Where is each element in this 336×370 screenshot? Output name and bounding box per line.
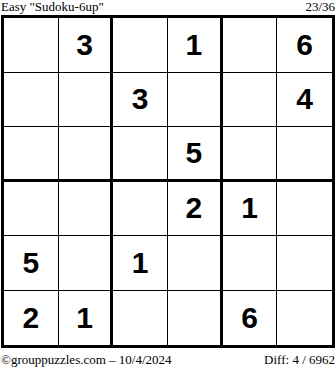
cell-r5c1[interactable]: 5 <box>4 236 59 291</box>
cell-r1c3[interactable] <box>113 18 168 73</box>
cell-r4c3[interactable] <box>113 182 168 237</box>
cell-r6c5[interactable]: 6 <box>223 291 278 346</box>
difficulty-text: Diff: 4 / 6962 <box>264 353 335 367</box>
cell-r5c3[interactable]: 1 <box>113 236 168 291</box>
cell-r1c5[interactable] <box>223 18 278 73</box>
header: Easy "Sudoku-6up" 23/36 <box>1 0 335 14</box>
cell-r4c1[interactable] <box>4 182 59 237</box>
footer: ©grouppuzzles.com – 10/4/2024 Diff: 4 / … <box>1 353 335 367</box>
cell-r3c2[interactable] <box>59 127 114 182</box>
cell-r2c1[interactable] <box>4 73 59 128</box>
board: 3163452151216 <box>1 15 335 348</box>
cell-r4c2[interactable] <box>59 182 114 237</box>
cell-r2c6[interactable]: 4 <box>277 73 332 128</box>
cell-r5c5[interactable] <box>223 236 278 291</box>
cell-r1c1[interactable] <box>4 18 59 73</box>
cell-r6c6[interactable] <box>277 291 332 346</box>
cell-r1c6[interactable]: 6 <box>277 18 332 73</box>
cell-r1c2[interactable]: 3 <box>59 18 114 73</box>
cell-r4c5[interactable]: 1 <box>223 182 278 237</box>
cell-r1c4[interactable]: 1 <box>168 18 223 73</box>
cell-r4c4[interactable]: 2 <box>168 182 223 237</box>
cell-r5c6[interactable] <box>277 236 332 291</box>
cell-r3c3[interactable] <box>113 127 168 182</box>
cell-r2c4[interactable] <box>168 73 223 128</box>
cell-r5c4[interactable] <box>168 236 223 291</box>
cell-r2c5[interactable] <box>223 73 278 128</box>
puzzle-title: Easy "Sudoku-6up" <box>1 0 104 14</box>
cell-r2c2[interactable] <box>59 73 114 128</box>
cell-r3c1[interactable] <box>4 127 59 182</box>
cell-r6c3[interactable] <box>113 291 168 346</box>
progress-counter: 23/36 <box>305 0 335 14</box>
copyright-text: ©grouppuzzles.com – 10/4/2024 <box>1 353 172 367</box>
cell-r4c6[interactable] <box>277 182 332 237</box>
cell-r3c5[interactable] <box>223 127 278 182</box>
cell-r5c2[interactable] <box>59 236 114 291</box>
cell-r3c4[interactable]: 5 <box>168 127 223 182</box>
cell-r2c3[interactable]: 3 <box>113 73 168 128</box>
cell-r6c4[interactable] <box>168 291 223 346</box>
cell-r3c6[interactable] <box>277 127 332 182</box>
cell-r6c1[interactable]: 2 <box>4 291 59 346</box>
cell-r6c2[interactable]: 1 <box>59 291 114 346</box>
